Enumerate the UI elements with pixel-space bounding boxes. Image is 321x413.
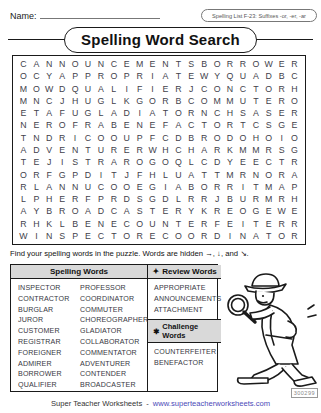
grid-cell: R: [198, 217, 211, 229]
grid-cell: E: [224, 217, 237, 229]
grid-cell: O: [107, 70, 120, 82]
grid-cell: O: [30, 83, 43, 95]
grid-cell: R: [107, 193, 120, 205]
grid-cell: S: [133, 205, 146, 217]
grid-cell: I: [120, 83, 133, 95]
grid-cell: F: [133, 83, 146, 95]
grid-cell: E: [120, 119, 133, 131]
grid-cell: E: [159, 205, 172, 217]
grid-cell: U: [94, 144, 107, 156]
review-words-label: Review Words: [162, 267, 217, 276]
grid-cell: O: [133, 156, 146, 168]
grid-cell: G: [94, 95, 107, 107]
grid-cell: F: [43, 168, 56, 180]
grid-cell: F: [82, 193, 95, 205]
grid-cell: I: [69, 132, 82, 144]
grid-cell: E: [224, 205, 237, 217]
grid-cell: N: [30, 132, 43, 144]
grid-cell: O: [236, 205, 249, 217]
grid-cell: D: [159, 193, 172, 205]
grid-cell: H: [288, 193, 301, 205]
grid-cell: H: [185, 144, 198, 156]
grid-cell: D: [43, 132, 56, 144]
grid-cell: E: [236, 156, 249, 168]
grid-cell: O: [133, 217, 146, 229]
grid-cell: E: [275, 107, 288, 119]
grid-cell: N: [56, 181, 69, 193]
grid-cell: W: [17, 230, 30, 242]
grid-cell: G: [288, 144, 301, 156]
grid-cell: D: [120, 193, 133, 205]
grid-cell: H: [69, 95, 82, 107]
grid-cell: C: [262, 156, 275, 168]
footer: Super Teacher Worksheets-www.superteache…: [0, 399, 321, 408]
grid-cell: S: [56, 230, 69, 242]
grid-cell: L: [30, 181, 43, 193]
grid-cell: E: [30, 156, 43, 168]
grid-cell: R: [211, 181, 224, 193]
word-item: COMMUTER: [80, 305, 148, 316]
grid-cell: M: [17, 83, 30, 95]
grid-cell: U: [82, 83, 95, 95]
grid-cell: N: [30, 95, 43, 107]
grid-cell: T: [249, 217, 262, 229]
word-item: GLADIATOR: [80, 326, 148, 337]
word-grid: CANNOUNCEMENTSBORROWEROCYAPPROPRIATEWYQU…: [12, 55, 306, 245]
grid-cell: A: [172, 181, 185, 193]
grid-cell: R: [56, 132, 69, 144]
grid-cell: R: [224, 119, 237, 131]
grid-cell: E: [262, 205, 275, 217]
grid-cell: R: [211, 205, 224, 217]
grid-cell: A: [94, 119, 107, 131]
grid-cell: A: [249, 230, 262, 242]
word-item: REGISTRAR: [18, 337, 80, 348]
grid-cell: P: [69, 168, 82, 180]
grid-cell: P: [288, 181, 301, 193]
grid-cell: Y: [43, 70, 56, 82]
grid-cell: D: [120, 107, 133, 119]
grid-cell: J: [56, 95, 69, 107]
word-item: ADMIRER: [18, 359, 80, 370]
grid-cell: R: [133, 70, 146, 82]
grid-cell: T: [249, 181, 262, 193]
grid-cell: N: [69, 144, 82, 156]
grid-cell: L: [159, 168, 172, 180]
grid-cell: O: [17, 168, 30, 180]
grid-cell: E: [146, 58, 159, 70]
grid-cell: C: [94, 181, 107, 193]
grid-cell: E: [120, 144, 133, 156]
grid-cell: U: [146, 217, 159, 229]
grid-cell: F: [159, 119, 172, 131]
grid-cell: C: [43, 95, 56, 107]
grid-cell: G: [249, 205, 262, 217]
word-item: INSPECTOR: [18, 283, 80, 294]
grid-cell: R: [69, 193, 82, 205]
grid-cell: Q: [172, 156, 185, 168]
grid-cell: I: [159, 181, 172, 193]
grid-cell: O: [120, 181, 133, 193]
grid-cell: B: [185, 181, 198, 193]
grid-cell: O: [17, 70, 30, 82]
grid-cell: G: [146, 181, 159, 193]
grid-cell: R: [211, 144, 224, 156]
grid-cell: K: [198, 205, 211, 217]
grid-cell: I: [146, 70, 159, 82]
word-item: BORROWER: [18, 369, 80, 380]
grid-cell: E: [56, 144, 69, 156]
grid-cell: C: [107, 58, 120, 70]
grid-cell: A: [17, 205, 30, 217]
page-title: Spelling Word Search: [64, 27, 257, 53]
grid-cell: Y: [224, 156, 237, 168]
grid-cell: T: [146, 205, 159, 217]
grid-cell: W: [198, 70, 211, 82]
grid-cell: C: [288, 70, 301, 82]
grid-cell: M: [262, 181, 275, 193]
grid-cell: O: [146, 95, 159, 107]
grid-cell: E: [262, 217, 275, 229]
grid-cell: N: [69, 181, 82, 193]
word-item: JUROR: [18, 315, 80, 326]
grid-cell: R: [275, 83, 288, 95]
grid-cell: E: [146, 119, 159, 131]
review-words-list: APPROPRIATEANNOUNCEMENTSATTACHMENT: [148, 279, 221, 315]
grid-cell: B: [69, 217, 82, 229]
grid-cell: N: [224, 83, 237, 95]
grid-cell: P: [30, 193, 43, 205]
grid-cell: R: [275, 217, 288, 229]
grid-cell: C: [120, 217, 133, 229]
grid-cell: R: [236, 58, 249, 70]
word-item: ANNOUNCEMENTS: [154, 294, 221, 305]
grid-cell: R: [288, 58, 301, 70]
grid-cell: P: [82, 70, 95, 82]
grid-cell: O: [172, 107, 185, 119]
grid-cell: R: [185, 193, 198, 205]
grid-cell: A: [288, 168, 301, 180]
grid-cell: T: [236, 119, 249, 131]
grid-cell: G: [275, 119, 288, 131]
grid-cell: R: [17, 217, 30, 229]
grid-cell: P: [69, 230, 82, 242]
grid-cell: N: [236, 230, 249, 242]
grid-cell: R: [94, 156, 107, 168]
grid-cell: T: [172, 58, 185, 70]
grid-cell: L: [56, 217, 69, 229]
grid-cell: D: [30, 144, 43, 156]
grid-cell: N: [159, 217, 172, 229]
grid-cell: H: [159, 144, 172, 156]
grid-cell: S: [262, 119, 275, 131]
grid-cell: E: [262, 95, 275, 107]
grid-cell: R: [198, 132, 211, 144]
grid-cell: E: [107, 217, 120, 229]
grid-cell: Y: [30, 205, 43, 217]
grid-cell: O: [288, 132, 301, 144]
grid-cell: O: [262, 132, 275, 144]
grid-cell: A: [107, 107, 120, 119]
grid-cell: J: [185, 83, 198, 95]
grid-cell: T: [107, 230, 120, 242]
grid-cell: O: [288, 95, 301, 107]
grid-cell: U: [82, 58, 95, 70]
grid-cell: F: [56, 107, 69, 119]
grid-cell: R: [198, 230, 211, 242]
grid-cell: C: [107, 205, 120, 217]
grid-cell: E: [288, 119, 301, 131]
footer-url[interactable]: www.superteacherworksheets.com: [153, 399, 270, 408]
grid-cell: N: [94, 217, 107, 229]
grid-cell: U: [236, 193, 249, 205]
grid-cell: I: [275, 132, 288, 144]
grid-cell: W: [275, 205, 288, 217]
grid-cell: R: [224, 58, 237, 70]
grid-cell: E: [56, 193, 69, 205]
spelling-col-2: PROFESSORCOORDINATORCOMMUTERCHOREOGRAPHE…: [80, 283, 148, 391]
footer-brand: Super Teacher Worksheets: [51, 399, 142, 408]
word-item: ADVENTURER: [80, 359, 148, 370]
grid-cell: C: [249, 119, 262, 131]
grid-cell: G: [146, 156, 159, 168]
grid-cell: A: [159, 70, 172, 82]
word-item: BURGLAR: [18, 305, 80, 316]
grid-cell: V: [43, 144, 56, 156]
grid-cell: R: [288, 107, 301, 119]
grid-cell: C: [185, 119, 198, 131]
grid-cell: N: [43, 58, 56, 70]
grid-cell: H: [224, 107, 237, 119]
grid-cell: W: [43, 83, 56, 95]
grid-cell: O: [107, 181, 120, 193]
grid-cell: C: [198, 83, 211, 95]
grid-cell: D: [211, 156, 224, 168]
grid-cell: E: [159, 83, 172, 95]
grid-cell: C: [159, 230, 172, 242]
grid-cell: S: [275, 144, 288, 156]
grid-cell: R: [56, 205, 69, 217]
grid-cell: B: [172, 95, 185, 107]
grid-cell: A: [94, 83, 107, 95]
grid-cell: C: [82, 132, 95, 144]
name-label: Name:: [10, 11, 37, 21]
grid-cell: Y: [211, 70, 224, 82]
grid-cell: E: [82, 217, 95, 229]
grid-cell: R: [275, 168, 288, 180]
grid-cell: R: [133, 230, 146, 242]
grid-cell: R: [17, 181, 30, 193]
grid-cell: I: [236, 217, 249, 229]
grid-cell: R: [275, 193, 288, 205]
grid-cell: U: [69, 107, 82, 119]
grid-cell: N: [133, 119, 146, 131]
grid-cell: E: [275, 58, 288, 70]
grid-cell: O: [185, 230, 198, 242]
grid-cell: H: [30, 217, 43, 229]
word-item: CONTENDER: [80, 369, 148, 380]
grid-cell: A: [275, 181, 288, 193]
grid-cell: P: [133, 132, 146, 144]
grid-cell: O: [159, 156, 172, 168]
grid-cell: O: [211, 58, 224, 70]
word-item: CHOREOGRAPHER: [80, 315, 148, 326]
grid-cell: D: [211, 230, 224, 242]
grid-cell: W: [146, 144, 159, 156]
grid-cell: U: [120, 132, 133, 144]
word-item: CUSTOMER: [18, 326, 80, 337]
four-point-star-icon: ✦: [153, 267, 160, 276]
grid-cell: A: [249, 107, 262, 119]
grid-cell: C: [198, 156, 211, 168]
grid-cell: B: [185, 132, 198, 144]
grid-cell: A: [185, 168, 198, 180]
grid-cell: C: [159, 132, 172, 144]
grid-cell: L: [107, 83, 120, 95]
grid-cell: P: [94, 193, 107, 205]
spelling-words-header: Spelling Words: [11, 265, 148, 279]
grid-cell: O: [198, 95, 211, 107]
grid-cell: M: [133, 58, 146, 70]
grid-cell: C: [172, 144, 185, 156]
grid-cell: J: [211, 193, 224, 205]
grid-cell: K: [224, 144, 237, 156]
grid-cell: A: [30, 58, 43, 70]
grid-cell: K: [43, 217, 56, 229]
grid-cell: E: [30, 119, 43, 131]
word-item: COLLABORATOR: [80, 337, 148, 348]
grid-cell: D: [56, 83, 69, 95]
grid-cell: E: [249, 156, 262, 168]
grid-cell: D: [94, 205, 107, 217]
grid-cell: I: [146, 83, 159, 95]
grid-cell: W: [262, 58, 275, 70]
grid-cell: R: [288, 230, 301, 242]
word-item: CONTRACTOR: [18, 294, 80, 305]
grid-cell: G: [56, 168, 69, 180]
grid-cell: U: [82, 181, 95, 193]
grid-cell: P: [69, 70, 82, 82]
grid-cell: F: [146, 132, 159, 144]
grid-cell: U: [82, 95, 95, 107]
grid-cell: C: [185, 95, 198, 107]
grid-cell: A: [107, 156, 120, 168]
word-item: PROFESSOR: [80, 283, 148, 294]
grid-cell: A: [198, 144, 211, 156]
grid-cell: B: [275, 70, 288, 82]
grid-cell: R: [133, 144, 146, 156]
grid-cell: R: [262, 144, 275, 156]
grid-cell: T: [249, 95, 262, 107]
grid-cell: K: [120, 95, 133, 107]
grid-cell: I: [224, 230, 237, 242]
document-id: 300299: [291, 388, 318, 398]
grid-cell: P: [120, 70, 133, 82]
grid-cell: U: [236, 95, 249, 107]
grid-cell: M: [211, 95, 224, 107]
grid-cell: J: [120, 168, 133, 180]
grid-cell: A: [43, 107, 56, 119]
grid-cell: S: [185, 58, 198, 70]
grid-cell: T: [82, 144, 95, 156]
grid-cell: S: [133, 193, 146, 205]
grid-cell: O: [56, 119, 69, 131]
grid-cell: T: [159, 107, 172, 119]
grid-cell: R: [185, 107, 198, 119]
grid-cell: D: [262, 70, 275, 82]
grid-cell: Q: [224, 70, 237, 82]
grid-cell: E: [17, 107, 30, 119]
challenge-words-header: ✱ Challenge Words: [148, 319, 221, 343]
grid-cell: F: [133, 168, 146, 180]
grid-cell: H: [146, 168, 159, 180]
grid-cell: O: [198, 181, 211, 193]
spelling-list-badge: Spelling List F-23: Suffixes -or, -er, -…: [201, 9, 317, 22]
grid-cell: L: [17, 193, 30, 205]
grid-cell: G: [82, 107, 95, 119]
grid-cell: M: [224, 168, 237, 180]
grid-cell: M: [17, 95, 30, 107]
grid-cell: M: [236, 144, 249, 156]
grid-cell: Y: [185, 205, 198, 217]
grid-cell: O: [172, 230, 185, 242]
grid-cell: E: [82, 230, 95, 242]
grid-cell: O: [211, 83, 224, 95]
grid-cell: C: [236, 83, 249, 95]
grid-cell: U: [236, 70, 249, 82]
review-challenge-panel: APPROPRIATEANNOUNCEMENTSATTACHMENT ✱ Cha…: [148, 279, 221, 391]
grid-cell: G: [146, 193, 159, 205]
grid-cell: N: [17, 119, 30, 131]
grid-cell: S: [236, 107, 249, 119]
grid-cell: R: [172, 83, 185, 95]
grid-cell: M: [249, 144, 262, 156]
grid-cell: L: [172, 193, 185, 205]
grid-cell: E: [185, 70, 198, 82]
grid-cell: H: [43, 193, 56, 205]
grid-cell: R: [249, 193, 262, 205]
grid-cell: R: [198, 193, 211, 205]
grid-cell: B: [224, 193, 237, 205]
grid-cell: R: [30, 168, 43, 180]
grid-cell: R: [288, 156, 301, 168]
grid-cell: R: [275, 95, 288, 107]
title-banner: Spelling Word Search: [8, 27, 313, 53]
grid-cell: O: [211, 132, 224, 144]
grid-cell: L: [185, 156, 198, 168]
grid-cell: B: [198, 58, 211, 70]
grid-cell: R: [159, 95, 172, 107]
grid-cell: E: [185, 217, 198, 229]
grid-cell: O: [69, 205, 82, 217]
grid-cell: T: [198, 168, 211, 180]
grid-cell: F: [69, 119, 82, 131]
name-blank-line[interactable]: [40, 10, 160, 19]
grid-cell: R: [120, 156, 133, 168]
grid-cell: R: [94, 70, 107, 82]
grid-cell: A: [120, 205, 133, 217]
grid-cell: A: [56, 70, 69, 82]
grid-cell: N: [94, 58, 107, 70]
grid-cell: C: [30, 70, 43, 82]
grid-cell: E: [288, 205, 301, 217]
grid-cell: I: [236, 181, 249, 193]
word-item: APPROPRIATE: [154, 283, 221, 294]
grid-cell: O: [236, 132, 249, 144]
grid-cell: F: [211, 217, 224, 229]
grid-cell: M: [262, 193, 275, 205]
word-item: BENEFACTOR: [154, 358, 221, 369]
